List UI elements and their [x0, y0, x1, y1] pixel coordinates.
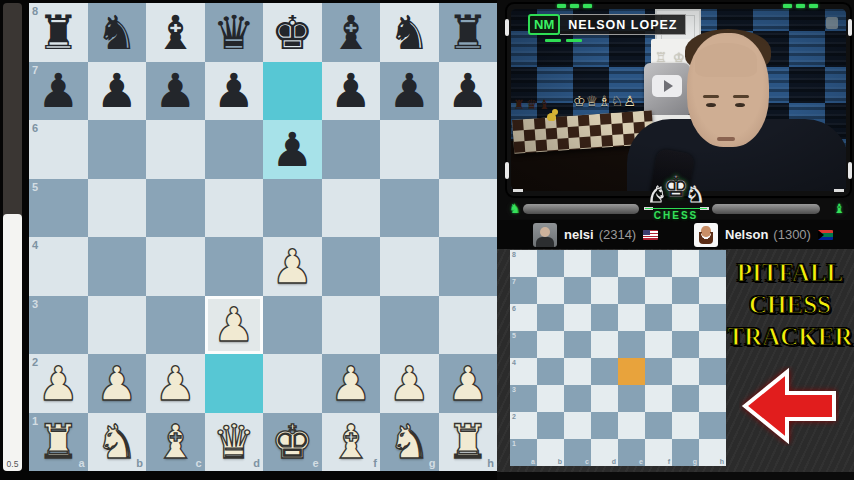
square-d7: [591, 277, 618, 304]
rank-label: 3: [32, 299, 38, 310]
black-pawn-g7: ♟: [380, 62, 439, 121]
square-c2[interactable]: ♟: [146, 354, 205, 413]
square-e6[interactable]: ♟: [263, 120, 322, 179]
square-d4: [591, 358, 618, 385]
green-bishop-icon: ♝: [833, 201, 845, 216]
square-a2[interactable]: 2♟: [29, 354, 88, 413]
usa-flag-icon: [643, 230, 658, 240]
square-f7: [645, 277, 672, 304]
square-h8[interactable]: ♜: [439, 3, 498, 62]
black-bishop-f8: ♝: [322, 3, 381, 62]
square-b5: [537, 331, 564, 358]
square-a3: 3: [510, 385, 537, 412]
frame-corner-mark: [513, 189, 523, 192]
square-f2: [645, 412, 672, 439]
square-b3[interactable]: [88, 296, 147, 355]
square-e8[interactable]: ♚: [263, 3, 322, 62]
white-pawn-b2: ♟: [88, 354, 147, 413]
black-bishop-c8: ♝: [146, 3, 205, 62]
square-g5[interactable]: [380, 179, 439, 238]
square-b7[interactable]: ♟: [88, 62, 147, 121]
frame-handle: [505, 162, 509, 179]
white-pawn-e4: ♟: [263, 237, 322, 296]
evaluation-bar: 0.5: [3, 3, 22, 471]
square-a3[interactable]: 3: [29, 296, 88, 355]
square-e5[interactable]: [263, 179, 322, 238]
file-label: a: [531, 458, 535, 465]
square-g3: [672, 385, 699, 412]
tracker-title-line: TRACKER: [726, 321, 854, 353]
nm-title: NM: [528, 14, 560, 35]
square-f3: [645, 385, 672, 412]
frame-corner-mark: [834, 189, 844, 192]
square-h4: [699, 358, 726, 385]
green-led-dashes: [783, 4, 818, 8]
square-f8[interactable]: ♝: [322, 3, 381, 62]
square-e4: [618, 358, 645, 385]
square-h3[interactable]: [439, 296, 498, 355]
square-h5: [699, 331, 726, 358]
square-a6: 6: [510, 304, 537, 331]
square-f3[interactable]: [322, 296, 381, 355]
white-pawn-d3: ♟: [205, 296, 264, 355]
square-g2[interactable]: ♟: [380, 354, 439, 413]
square-h4[interactable]: [439, 237, 498, 296]
evaluation-bar-white-fill: [3, 214, 22, 471]
square-b5[interactable]: [88, 179, 147, 238]
frame-handle: [848, 19, 852, 36]
white-queen-d1: ♛: [205, 413, 264, 472]
square-b8: [537, 250, 564, 277]
streamer-title-badge: NM NELSON LOPEZ: [528, 14, 686, 35]
square-e8: [618, 250, 645, 277]
square-c3[interactable]: [146, 296, 205, 355]
square-c7[interactable]: ♟: [146, 62, 205, 121]
square-h6[interactable]: [439, 120, 498, 179]
square-d1[interactable]: d♛: [205, 413, 264, 472]
banner-pill: [712, 204, 820, 214]
file-label: b: [558, 458, 562, 465]
square-c1: c: [564, 439, 591, 466]
white-bishop-c1: ♝: [146, 413, 205, 472]
square-g1[interactable]: g♞: [380, 413, 439, 472]
black-rook-h8: ♜: [439, 3, 498, 62]
white-knight-g1: ♞: [380, 413, 439, 472]
square-e2[interactable]: [263, 354, 322, 413]
square-b4: [537, 358, 564, 385]
file-label: e: [639, 458, 643, 465]
avatar: [694, 223, 718, 247]
file-label: f: [668, 458, 670, 465]
square-a2: 2: [510, 412, 537, 439]
square-g6: [672, 304, 699, 331]
square-a7[interactable]: 7♟: [29, 62, 88, 121]
square-b2: [537, 412, 564, 439]
avatar: [533, 223, 557, 247]
tracker-title-line: CHESS: [726, 289, 854, 321]
square-f2[interactable]: ♟: [322, 354, 381, 413]
square-d6: [591, 304, 618, 331]
white-bishop-f1: ♝: [322, 413, 381, 472]
black-pawn-d7: ♟: [205, 62, 264, 121]
square-d2: [591, 412, 618, 439]
square-e3[interactable]: [263, 296, 322, 355]
square-f4[interactable]: [322, 237, 381, 296]
stream-frame: 0.5 8♜♞♝♛♚♝♞♜7♟♟♟♟♟♟♟6♟54♟3♟2♟♟♟♟♟♟1a♜b♞…: [0, 0, 854, 480]
logo-knight-icon: ♞: [685, 176, 705, 214]
square-e2: [618, 412, 645, 439]
green-led-dashes: [557, 4, 592, 8]
square-c4: [564, 358, 591, 385]
rank-label: 1: [512, 440, 516, 447]
square-a1: 1a: [510, 439, 537, 466]
square-h3: [699, 385, 726, 412]
frame-handle: [848, 162, 852, 179]
square-f5[interactable]: [322, 179, 381, 238]
white-king-e1: ♚: [263, 413, 322, 472]
file-label: d: [612, 458, 616, 465]
player-name: Nelson: [725, 227, 768, 242]
rank-label: 4: [32, 240, 38, 251]
square-g8: [672, 250, 699, 277]
player-white: nelsi (2314): [533, 222, 658, 247]
square-g1: g: [672, 439, 699, 466]
square-e4[interactable]: ♟: [263, 237, 322, 296]
square-d2[interactable]: [205, 354, 264, 413]
square-f6[interactable]: [322, 120, 381, 179]
square-h1[interactable]: h♜: [439, 413, 498, 472]
square-a8[interactable]: 8♜: [29, 3, 88, 62]
left-arrow-icon: [739, 366, 839, 446]
black-pawn-b7: ♟: [88, 62, 147, 121]
main-chess-board[interactable]: 8♜♞♝♛♚♝♞♜7♟♟♟♟♟♟♟6♟54♟3♟2♟♟♟♟♟♟1a♜b♞c♝d♛…: [29, 3, 497, 471]
black-pawn-f7: ♟: [322, 62, 381, 121]
square-a5: 5: [510, 331, 537, 358]
tracker-title: PITFALL CHESS TRACKER: [726, 257, 854, 353]
white-pawn-g2: ♟: [380, 354, 439, 413]
square-a8: 8: [510, 250, 537, 277]
square-d5: [591, 331, 618, 358]
square-b4[interactable]: [88, 237, 147, 296]
banner-pill: [523, 204, 639, 214]
square-g8[interactable]: ♞: [380, 3, 439, 62]
square-d7[interactable]: ♟: [205, 62, 264, 121]
square-e7: [618, 277, 645, 304]
rank-label: 7: [512, 278, 516, 285]
square-c5[interactable]: [146, 179, 205, 238]
vignette: [511, 9, 846, 191]
square-g5: [672, 331, 699, 358]
square-f7[interactable]: ♟: [322, 62, 381, 121]
streamer-name: NELSON LOPEZ: [560, 14, 686, 35]
rank-label: 4: [512, 359, 516, 366]
square-d1: d: [591, 439, 618, 466]
rank-label: 5: [512, 332, 516, 339]
square-h7: [699, 277, 726, 304]
square-d8[interactable]: ♛: [205, 3, 264, 62]
white-pawn-a2: ♟: [29, 354, 88, 413]
square-a1[interactable]: 1a♜: [29, 413, 88, 472]
evaluation-value: 0.5: [3, 459, 22, 469]
chess-vibes-logo: ♞ ♚ ♞ CHESS: [645, 170, 707, 222]
white-pawn-h2: ♟: [439, 354, 498, 413]
square-b1: b: [537, 439, 564, 466]
right-panel: ♖ ♔ ♜♛♝ ♔♕♗♘♙: [497, 0, 854, 480]
square-c5: [564, 331, 591, 358]
square-h7[interactable]: ♟: [439, 62, 498, 121]
square-e6: [618, 304, 645, 331]
black-pawn-h7: ♟: [439, 62, 498, 121]
green-knight-icon: ♞: [509, 201, 521, 216]
square-b6[interactable]: [88, 120, 147, 179]
square-d8: [591, 250, 618, 277]
south-africa-flag-icon: [818, 230, 833, 240]
square-a6[interactable]: 6: [29, 120, 88, 179]
square-b6: [537, 304, 564, 331]
square-b1[interactable]: b♞: [88, 413, 147, 472]
black-king-e8: ♚: [263, 3, 322, 62]
tracker-title-line: PITFALL: [726, 257, 854, 289]
square-d4[interactable]: [205, 237, 264, 296]
square-h6: [699, 304, 726, 331]
square-b7: [537, 277, 564, 304]
square-d6[interactable]: [205, 120, 264, 179]
square-g4: [672, 358, 699, 385]
square-h8: [699, 250, 726, 277]
square-c8[interactable]: ♝: [146, 3, 205, 62]
black-knight-b8: ♞: [88, 3, 147, 62]
square-h5[interactable]: [439, 179, 498, 238]
file-label: g: [693, 458, 697, 465]
square-c3: [564, 385, 591, 412]
square-f1: f: [645, 439, 672, 466]
square-f5: [645, 331, 672, 358]
file-label: h: [720, 458, 724, 465]
square-c6: [564, 304, 591, 331]
white-pawn-c2: ♟: [146, 354, 205, 413]
square-a7: 7: [510, 277, 537, 304]
black-pawn-c7: ♟: [146, 62, 205, 121]
player-rating: (2314): [599, 227, 637, 242]
square-c8: [564, 250, 591, 277]
player-name: nelsi: [564, 227, 594, 242]
square-e5: [618, 331, 645, 358]
rank-label: 5: [32, 182, 38, 193]
player-rating: (1300): [773, 227, 811, 242]
square-c1[interactable]: c♝: [146, 413, 205, 472]
square-b2[interactable]: ♟: [88, 354, 147, 413]
square-b8[interactable]: ♞: [88, 3, 147, 62]
file-label: c: [585, 458, 589, 465]
square-b3: [537, 385, 564, 412]
rank-label: 2: [512, 413, 516, 420]
square-g4[interactable]: [380, 237, 439, 296]
black-pawn-e6: ♟: [263, 120, 322, 179]
square-c6[interactable]: [146, 120, 205, 179]
white-rook-a1: ♜: [29, 413, 88, 472]
badge-green-dashes: [545, 39, 582, 42]
black-pawn-a7: ♟: [29, 62, 88, 121]
pitfall-tracker-section: 87654321abcdefgh PITFALL CHESS TRACKER: [497, 249, 854, 472]
square-d5[interactable]: [205, 179, 264, 238]
square-a4: 4: [510, 358, 537, 385]
square-g2: [672, 412, 699, 439]
square-f4: [645, 358, 672, 385]
square-h2: [699, 412, 726, 439]
square-c2: [564, 412, 591, 439]
rank-label: 6: [512, 305, 516, 312]
square-d3[interactable]: ♟: [205, 296, 264, 355]
square-h2[interactable]: ♟: [439, 354, 498, 413]
players-bar: nelsi (2314) Nelson (1300): [497, 220, 854, 249]
square-c7: [564, 277, 591, 304]
square-e3: [618, 385, 645, 412]
square-a4[interactable]: 4: [29, 237, 88, 296]
square-g6[interactable]: [380, 120, 439, 179]
webcam-video: ♖ ♔ ♜♛♝ ♔♕♗♘♙: [511, 9, 846, 191]
square-e1[interactable]: e♚: [263, 413, 322, 472]
square-g3[interactable]: [380, 296, 439, 355]
square-f6: [645, 304, 672, 331]
square-e1: e: [618, 439, 645, 466]
rank-label: 8: [512, 251, 516, 258]
player-black: Nelson (1300): [694, 222, 833, 247]
square-g7[interactable]: ♟: [380, 62, 439, 121]
rank-label: 3: [512, 386, 516, 393]
white-knight-b1: ♞: [88, 413, 147, 472]
rank-label: 6: [32, 123, 38, 134]
square-a5[interactable]: 5: [29, 179, 88, 238]
square-f1[interactable]: f♝: [322, 413, 381, 472]
frame-handle: [505, 19, 509, 36]
white-rook-h1: ♜: [439, 413, 498, 472]
square-c4[interactable]: [146, 237, 205, 296]
square-h1: h: [699, 439, 726, 466]
black-queen-d8: ♛: [205, 3, 264, 62]
square-g7: [672, 277, 699, 304]
tracker-mini-board: 87654321abcdefgh: [510, 250, 726, 466]
square-e7[interactable]: [263, 62, 322, 121]
black-rook-a8: ♜: [29, 3, 88, 62]
white-pawn-f2: ♟: [322, 354, 381, 413]
black-knight-g8: ♞: [380, 3, 439, 62]
square-f8: [645, 250, 672, 277]
square-d3: [591, 385, 618, 412]
